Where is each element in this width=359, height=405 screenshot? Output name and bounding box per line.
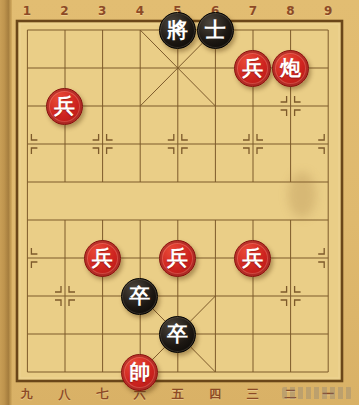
red-soldier-piece[interactable]: 兵 — [46, 88, 83, 125]
red-soldier-piece[interactable]: 兵 — [84, 240, 121, 277]
red-general-piece[interactable]: 帥 — [121, 354, 158, 391]
black-general-piece[interactable]: 將 — [159, 12, 196, 49]
black-soldier-piece[interactable]: 卒 — [121, 278, 158, 315]
red-soldier-piece[interactable]: 兵 — [234, 50, 271, 87]
watermark — [282, 387, 352, 399]
black-advisor-piece[interactable]: 士 — [197, 12, 234, 49]
red-cannon-piece[interactable]: 炮 — [272, 50, 309, 87]
red-soldier-piece[interactable]: 兵 — [159, 240, 196, 277]
xiangqi-app-screen: 123456789 將士兵炮兵兵兵兵卒卒帥 九八七六五四三二一 — [0, 0, 359, 405]
red-soldier-piece[interactable]: 兵 — [234, 240, 271, 277]
board-smudge — [288, 172, 316, 218]
black-soldier-piece[interactable]: 卒 — [159, 316, 196, 353]
